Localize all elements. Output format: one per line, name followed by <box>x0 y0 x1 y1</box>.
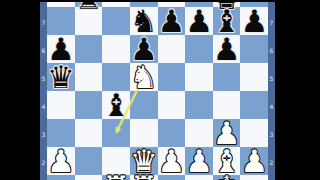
square-a4[interactable] <box>47 91 75 119</box>
rank-label-4: 4 <box>40 103 47 111</box>
piece-wP-f2[interactable]: ♟ <box>185 147 213 175</box>
square-b6[interactable] <box>75 35 103 63</box>
rank-label-6: 6 <box>40 47 47 55</box>
square-f6[interactable] <box>185 35 213 63</box>
piece-wK-g1[interactable]: ♚ <box>213 173 241 180</box>
square-g5[interactable] <box>213 63 241 91</box>
square-e6[interactable] <box>158 35 186 63</box>
rank-label-7: 7 <box>40 19 47 27</box>
rank-label-3: 3 <box>268 131 275 139</box>
piece-wR-d1[interactable]: ♜ <box>130 173 158 180</box>
square-b2[interactable] <box>75 147 103 175</box>
square-e4[interactable] <box>158 91 186 119</box>
square-c3[interactable] <box>102 119 130 147</box>
square-h5[interactable] <box>240 63 268 91</box>
piece-bP-g6[interactable]: ♟ <box>213 35 241 63</box>
piece-bP-h7[interactable]: ♟ <box>240 7 268 35</box>
piece-wP-a2[interactable]: ♟ <box>47 147 75 175</box>
rank-label-6: 6 <box>268 47 275 55</box>
piece-wP-e2[interactable]: ♟ <box>158 147 186 175</box>
piece-wR-c1[interactable]: ♜ <box>102 173 130 180</box>
rank-label-2: 2 <box>40 159 47 167</box>
square-c6[interactable] <box>102 35 130 63</box>
piece-bP-e7[interactable]: ♟ <box>158 7 186 35</box>
square-f5[interactable] <box>185 63 213 91</box>
rank-label-3: 3 <box>40 131 47 139</box>
square-c7[interactable] <box>102 7 130 35</box>
piece-bQ-a5[interactable]: ♛ <box>47 63 75 91</box>
square-b5[interactable] <box>75 63 103 91</box>
piece-bB-c4[interactable]: ♝ <box>102 91 130 119</box>
rank-label-4: 4 <box>268 103 275 111</box>
square-e5[interactable] <box>158 63 186 91</box>
chess-video-frame: 87654321 87654321 ♜♚♞♟♟♝♟♟♟♟♛♞♝♟♟♛♟♟♝♟♜♜… <box>0 0 320 180</box>
rank-label-5: 5 <box>268 75 275 83</box>
rank-coordinates-left: 87654321 <box>40 0 47 180</box>
piece-wN-d5[interactable]: ♞ <box>130 63 158 91</box>
square-f4[interactable] <box>185 91 213 119</box>
rank-label-7: 7 <box>268 19 275 27</box>
letterbox-top-edge <box>0 0 320 2</box>
piece-bP-f7[interactable]: ♟ <box>185 7 213 35</box>
square-b1[interactable] <box>75 175 103 180</box>
piece-wP-h2[interactable]: ♟ <box>240 147 268 175</box>
square-h6[interactable] <box>240 35 268 63</box>
rank-label-2: 2 <box>268 159 275 167</box>
square-d4[interactable] <box>130 91 158 119</box>
square-h4[interactable] <box>240 91 268 119</box>
rank-coordinates-right: 87654321 <box>268 0 275 180</box>
rank-label-5: 5 <box>40 75 47 83</box>
square-b4[interactable] <box>75 91 103 119</box>
square-b3[interactable] <box>75 119 103 147</box>
